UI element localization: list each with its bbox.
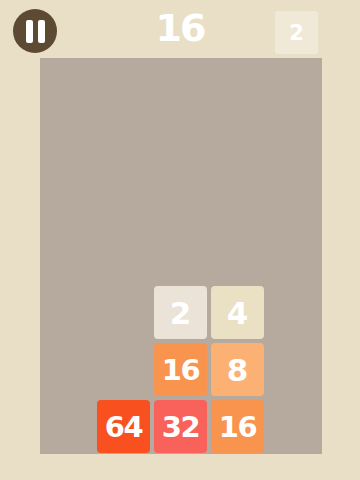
game-board[interactable]: 24168643216 xyxy=(40,58,322,454)
next-tile-value: 2 xyxy=(289,21,304,45)
next-tile-preview: 2 xyxy=(275,11,318,54)
tile-8: 8 xyxy=(211,343,264,396)
tile-16: 16 xyxy=(154,343,207,396)
tile-16: 16 xyxy=(211,400,264,453)
top-bar: 16 2 xyxy=(0,0,360,58)
game-screen: 16 2 24168643216 xyxy=(0,0,360,480)
tile-32: 32 xyxy=(154,400,207,453)
tile-64: 64 xyxy=(97,400,150,453)
tile-4: 4 xyxy=(211,286,264,339)
tile-2: 2 xyxy=(154,286,207,339)
